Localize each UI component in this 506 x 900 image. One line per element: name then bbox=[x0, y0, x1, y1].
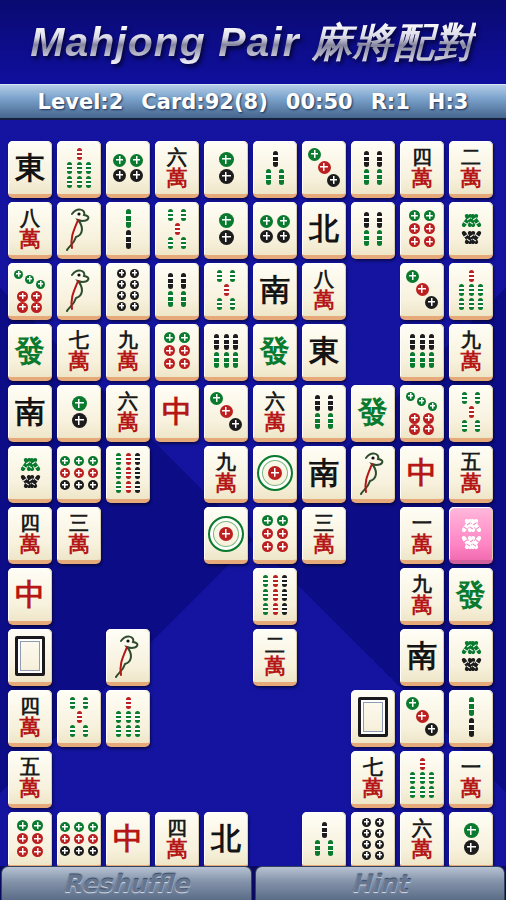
tile-3p-r1c7[interactable] bbox=[302, 141, 346, 198]
9-bamboo bbox=[111, 453, 145, 493]
tile-7s-r3c10[interactable] bbox=[449, 263, 493, 320]
tile-N-r2c7[interactable]: 北 bbox=[302, 202, 346, 259]
tile-6s-r4c9[interactable] bbox=[400, 324, 444, 381]
honor-glyph: 東 bbox=[15, 153, 45, 183]
3-bamboo bbox=[258, 151, 292, 185]
tile-C-r8c1[interactable]: 中 bbox=[8, 568, 52, 625]
6-circles bbox=[262, 515, 288, 552]
man-glyph: 六萬 bbox=[412, 818, 433, 860]
tile-4m-r10c1[interactable]: 四萬 bbox=[8, 690, 52, 747]
honor-glyph: 發 bbox=[456, 580, 486, 610]
empty-cell bbox=[155, 446, 199, 503]
bamboo-bird bbox=[358, 451, 388, 495]
3-circles bbox=[209, 389, 243, 435]
tile-6p-r12c1[interactable] bbox=[8, 812, 52, 869]
9-circles bbox=[60, 456, 98, 490]
2-circles bbox=[219, 152, 234, 184]
tile-2p-r5c2[interactable] bbox=[57, 385, 101, 442]
tile-5m-r6c10[interactable]: 五萬 bbox=[449, 446, 493, 503]
7-bamboo bbox=[111, 697, 145, 737]
honor-glyph: 南 bbox=[407, 641, 437, 671]
tile-5s-r3c5[interactable] bbox=[204, 263, 248, 320]
tile-2s-r2c3[interactable] bbox=[106, 202, 150, 259]
man-glyph: 六萬 bbox=[167, 147, 188, 189]
tile-4p-r2c6[interactable] bbox=[253, 202, 297, 259]
tile-7s-r10c3[interactable] bbox=[106, 690, 150, 747]
eight-bamboo-chevrons bbox=[24, 457, 36, 489]
empty-cell bbox=[106, 507, 150, 564]
tile-6s-r4c5[interactable] bbox=[204, 324, 248, 381]
white-dragon-rect bbox=[15, 636, 45, 676]
empty-cell bbox=[155, 690, 199, 747]
empty-cell bbox=[351, 324, 395, 381]
empty-cell bbox=[351, 568, 395, 625]
man-glyph: 六萬 bbox=[118, 391, 139, 433]
tile-7p-r3c1[interactable] bbox=[8, 263, 52, 320]
man-glyph: 九萬 bbox=[118, 330, 139, 372]
tile-S-r9c9[interactable]: 南 bbox=[400, 629, 444, 686]
tile-1m-r11c10[interactable]: 一萬 bbox=[449, 751, 493, 808]
tile-3p-r3c9[interactable] bbox=[400, 263, 444, 320]
tile-9p-r6c2[interactable] bbox=[57, 446, 101, 503]
man-glyph: 四萬 bbox=[412, 147, 433, 189]
tile-S-r3c6[interactable]: 南 bbox=[253, 263, 297, 320]
tile-1s-r6c8[interactable] bbox=[351, 446, 395, 503]
honor-glyph: 南 bbox=[309, 458, 339, 488]
tile-6p-r4c4[interactable] bbox=[155, 324, 199, 381]
honor-glyph: 東 bbox=[309, 336, 339, 366]
tile-2s-r10c10[interactable] bbox=[449, 690, 493, 747]
tile-6m-r5c3[interactable]: 六萬 bbox=[106, 385, 150, 442]
tile-4p-r1c3[interactable] bbox=[106, 141, 150, 198]
honor-glyph: 發 bbox=[260, 336, 290, 366]
tile-7m-r4c2[interactable]: 七萬 bbox=[57, 324, 101, 381]
tile-6m-r5c6[interactable]: 六萬 bbox=[253, 385, 297, 442]
tile-C-r6c9[interactable]: 中 bbox=[400, 446, 444, 503]
tile-4m-r1c9[interactable]: 四萬 bbox=[400, 141, 444, 198]
status-bar: Level:2 Card:92(8) 00:50 R:1 H:3 bbox=[0, 84, 506, 120]
tile-2m-r9c6[interactable]: 二萬 bbox=[253, 629, 297, 686]
empty-cell bbox=[253, 751, 297, 808]
tile-8p-r12c8[interactable] bbox=[351, 812, 395, 869]
tile-9m-r4c10[interactable]: 九萬 bbox=[449, 324, 493, 381]
empty-cell bbox=[351, 629, 395, 686]
empty-cell bbox=[204, 568, 248, 625]
empty-cell bbox=[253, 812, 297, 869]
7-circles bbox=[13, 267, 47, 313]
status-cards-remaining: Card:92(8) bbox=[141, 90, 267, 114]
bamboo-bird bbox=[64, 207, 94, 251]
status-hints: H:3 bbox=[428, 90, 469, 114]
empty-cell bbox=[106, 568, 150, 625]
tile-1s-r9c3[interactable] bbox=[106, 629, 150, 686]
tile-S-r6c7[interactable]: 南 bbox=[302, 446, 346, 503]
honor-glyph: 中 bbox=[162, 397, 192, 427]
status-reshuffles: R:1 bbox=[371, 90, 410, 114]
empty-cell bbox=[57, 568, 101, 625]
empty-cell bbox=[302, 690, 346, 747]
3-circles bbox=[405, 694, 439, 740]
title-bar: Mahjong Pair 麻將配對 bbox=[0, 0, 506, 84]
tile-8s-r6c1[interactable] bbox=[8, 446, 52, 503]
tile-1p-r6c6[interactable] bbox=[253, 446, 297, 503]
tile-9p-r12c2[interactable] bbox=[57, 812, 101, 869]
man-glyph: 四萬 bbox=[20, 696, 41, 738]
tile-5s-r2c4[interactable] bbox=[155, 202, 199, 259]
tile-7m-r11c8[interactable]: 七萬 bbox=[351, 751, 395, 808]
tile-8s-r7c10-selected[interactable] bbox=[449, 507, 493, 564]
tile-9s-r6c3[interactable] bbox=[106, 446, 150, 503]
6-bamboo bbox=[209, 334, 243, 368]
tile-9m-r6c5[interactable]: 九萬 bbox=[204, 446, 248, 503]
honor-glyph: 發 bbox=[15, 336, 45, 366]
tile-E-r4c7[interactable]: 東 bbox=[302, 324, 346, 381]
tile-6p-r2c9[interactable] bbox=[400, 202, 444, 259]
tile-8s-r9c10[interactable] bbox=[449, 629, 493, 686]
9-bamboo bbox=[258, 575, 292, 615]
tile-N-r12c5[interactable]: 北 bbox=[204, 812, 248, 869]
tile-9s-r8c6[interactable] bbox=[253, 568, 297, 625]
man-glyph: 五萬 bbox=[20, 757, 41, 799]
tile-4s-r1c8[interactable] bbox=[351, 141, 395, 198]
man-glyph: 四萬 bbox=[20, 513, 41, 555]
tile-C-r12c3[interactable]: 中 bbox=[106, 812, 150, 869]
tile-S-r5c1[interactable]: 南 bbox=[8, 385, 52, 442]
tile-2p-r2c5[interactable] bbox=[204, 202, 248, 259]
2-circles bbox=[219, 213, 234, 245]
honor-glyph: 北 bbox=[309, 214, 339, 244]
5-bamboo bbox=[454, 392, 488, 432]
eight-bamboo-chevrons bbox=[465, 518, 477, 550]
tile-4m-r12c4[interactable]: 四萬 bbox=[155, 812, 199, 869]
tile-F-r8c10[interactable]: 發 bbox=[449, 568, 493, 625]
hint-button[interactable]: Hint bbox=[255, 866, 506, 900]
tile-6m-r12c9[interactable]: 六萬 bbox=[400, 812, 444, 869]
tile-E-r1c1[interactable]: 東 bbox=[8, 141, 52, 198]
mahjong-pair-app: Mahjong Pair 麻將配對 Level:2 Card:92(8) 00:… bbox=[0, 0, 506, 900]
8-circles bbox=[117, 269, 139, 311]
empty-cell bbox=[351, 507, 395, 564]
6-circles bbox=[409, 210, 435, 247]
man-glyph: 五萬 bbox=[461, 452, 482, 494]
man-glyph: 九萬 bbox=[412, 574, 433, 616]
empty-cell bbox=[302, 629, 346, 686]
tile-F-r4c1[interactable]: 發 bbox=[8, 324, 52, 381]
8-circles bbox=[362, 818, 384, 860]
tile-F-r5c8[interactable]: 發 bbox=[351, 385, 395, 442]
tile-4s-r2c8[interactable] bbox=[351, 202, 395, 259]
bamboo-bird bbox=[64, 268, 94, 312]
man-glyph: 四萬 bbox=[167, 818, 188, 860]
tile-9m-r8c9[interactable]: 九萬 bbox=[400, 568, 444, 625]
tile-2m-r1c10[interactable]: 二萬 bbox=[449, 141, 493, 198]
7-circles bbox=[405, 389, 439, 435]
tile-1s-r2c2[interactable] bbox=[57, 202, 101, 259]
5-bamboo bbox=[160, 209, 194, 249]
5-bamboo bbox=[62, 697, 96, 737]
empty-cell bbox=[302, 751, 346, 808]
tile-8m-r2c1[interactable]: 八萬 bbox=[8, 202, 52, 259]
6-circles bbox=[17, 820, 43, 857]
status-level: Level:2 bbox=[38, 90, 124, 114]
board: 東六萬四萬二萬八萬北南八萬發七萬九萬發東九萬南六萬中六萬發九萬南中五萬四萬三萬三… bbox=[8, 141, 493, 873]
tile-2p-r1c5[interactable] bbox=[204, 141, 248, 198]
app-title-english: Mahjong Pair bbox=[30, 19, 299, 66]
honor-glyph: 北 bbox=[211, 824, 241, 854]
reshuffle-button[interactable]: Reshuffle bbox=[1, 866, 252, 900]
4-bamboo bbox=[307, 395, 341, 429]
man-glyph: 六萬 bbox=[265, 391, 286, 433]
6-bamboo bbox=[405, 334, 439, 368]
tile-3s-r1c6[interactable] bbox=[253, 141, 297, 198]
tile-3p-r10c9[interactable] bbox=[400, 690, 444, 747]
tile-5s-r5c10[interactable] bbox=[449, 385, 493, 442]
empty-cell bbox=[155, 629, 199, 686]
tile-F-r4c6[interactable]: 發 bbox=[253, 324, 297, 381]
app-title-chinese: 麻將配對 bbox=[312, 15, 476, 70]
tile-3s-r12c7[interactable] bbox=[302, 812, 346, 869]
4-circles bbox=[260, 215, 290, 243]
2-circles bbox=[464, 823, 479, 855]
man-glyph: 七萬 bbox=[69, 330, 90, 372]
tile-3p-r5c5[interactable] bbox=[204, 385, 248, 442]
eight-bamboo-chevrons bbox=[465, 640, 477, 672]
empty-cell bbox=[57, 629, 101, 686]
empty-cell bbox=[302, 568, 346, 625]
white-dragon-rect bbox=[358, 697, 388, 737]
2-bamboo bbox=[454, 697, 488, 737]
tile-P-r10c8[interactable] bbox=[351, 690, 395, 747]
6-circles bbox=[164, 332, 190, 369]
tile-C-r5c4[interactable]: 中 bbox=[155, 385, 199, 442]
honor-glyph: 中 bbox=[113, 824, 143, 854]
tile-1s-r3c2[interactable] bbox=[57, 263, 101, 320]
one-circle-medallion bbox=[257, 455, 293, 491]
tile-4s-r3c4[interactable] bbox=[155, 263, 199, 320]
honor-glyph: 發 bbox=[358, 397, 388, 427]
7-bamboo bbox=[454, 270, 488, 310]
2-circles bbox=[72, 396, 87, 428]
tile-3m-r7c2[interactable]: 三萬 bbox=[57, 507, 101, 564]
tile-5s-r10c2[interactable] bbox=[57, 690, 101, 747]
man-glyph: 七萬 bbox=[363, 757, 384, 799]
4-bamboo bbox=[356, 212, 390, 246]
tile-7s-r11c9[interactable] bbox=[400, 751, 444, 808]
3-bamboo bbox=[307, 822, 341, 856]
empty-cell bbox=[204, 751, 248, 808]
honor-glyph: 中 bbox=[15, 580, 45, 610]
honor-glyph: 中 bbox=[407, 458, 437, 488]
tile-7s-r1c2[interactable] bbox=[57, 141, 101, 198]
empty-cell bbox=[57, 751, 101, 808]
5-bamboo bbox=[209, 270, 243, 310]
4-circles bbox=[113, 154, 143, 182]
empty-cell bbox=[204, 629, 248, 686]
status-timer: 00:50 bbox=[286, 90, 353, 114]
7-bamboo bbox=[405, 758, 439, 798]
man-glyph: 一萬 bbox=[412, 513, 433, 555]
tile-1p-r7c5[interactable] bbox=[204, 507, 248, 564]
tile-6p-r7c6[interactable] bbox=[253, 507, 297, 564]
tile-3m-r7c7[interactable]: 三萬 bbox=[302, 507, 346, 564]
empty-cell bbox=[204, 690, 248, 747]
tile-2p-r12c10[interactable] bbox=[449, 812, 493, 869]
button-bar: Reshuffle Hint bbox=[0, 866, 506, 900]
empty-cell bbox=[351, 263, 395, 320]
tile-5m-r11c1[interactable]: 五萬 bbox=[8, 751, 52, 808]
4-bamboo bbox=[356, 151, 390, 185]
honor-glyph: 南 bbox=[15, 397, 45, 427]
tile-1m-r7c9[interactable]: 一萬 bbox=[400, 507, 444, 564]
7-bamboo bbox=[62, 148, 96, 188]
empty-cell bbox=[253, 690, 297, 747]
tile-7p-r5c9[interactable] bbox=[400, 385, 444, 442]
9-circles bbox=[60, 822, 98, 856]
tile-9m-r4c3[interactable]: 九萬 bbox=[106, 324, 150, 381]
man-glyph: 三萬 bbox=[69, 513, 90, 555]
empty-cell bbox=[155, 751, 199, 808]
empty-cell bbox=[155, 568, 199, 625]
tile-4s-r5c7[interactable] bbox=[302, 385, 346, 442]
man-glyph: 八萬 bbox=[314, 269, 335, 311]
4-bamboo bbox=[160, 273, 194, 307]
tile-8p-r3c3[interactable] bbox=[106, 263, 150, 320]
tile-6m-r1c4[interactable]: 六萬 bbox=[155, 141, 199, 198]
empty-cell bbox=[155, 507, 199, 564]
eight-bamboo-chevrons bbox=[465, 213, 477, 245]
one-circle-medallion bbox=[208, 516, 244, 552]
tile-8m-r3c7[interactable]: 八萬 bbox=[302, 263, 346, 320]
tile-8s-r2c10[interactable] bbox=[449, 202, 493, 259]
man-glyph: 二萬 bbox=[265, 635, 286, 677]
3-circles bbox=[405, 267, 439, 313]
man-glyph: 八萬 bbox=[20, 208, 41, 250]
tile-P-r9c1[interactable] bbox=[8, 629, 52, 686]
tile-4m-r7c1[interactable]: 四萬 bbox=[8, 507, 52, 564]
man-glyph: 一萬 bbox=[461, 757, 482, 799]
man-glyph: 九萬 bbox=[216, 452, 237, 494]
2-bamboo bbox=[111, 209, 145, 249]
bamboo-bird bbox=[113, 634, 143, 678]
man-glyph: 二萬 bbox=[461, 147, 482, 189]
3-circles bbox=[307, 145, 341, 191]
man-glyph: 三萬 bbox=[314, 513, 335, 555]
honor-glyph: 南 bbox=[260, 275, 290, 305]
empty-cell bbox=[106, 751, 150, 808]
man-glyph: 九萬 bbox=[461, 330, 482, 372]
